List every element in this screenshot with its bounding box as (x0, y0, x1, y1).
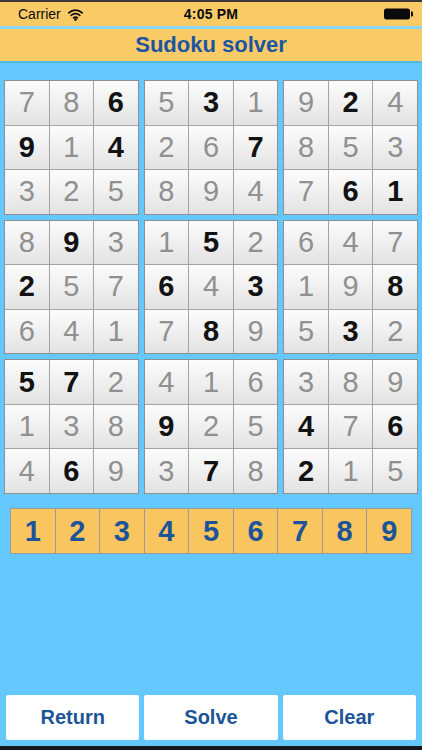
sudoku-cell-r3c2[interactable]: 2 (50, 170, 94, 214)
sudoku-cell-r8c4[interactable]: 9 (145, 405, 189, 449)
digit-button-9[interactable]: 9 (367, 509, 411, 553)
sudoku-cell-r2c7[interactable]: 8 (284, 126, 328, 170)
sudoku-box-1: 786914325 (4, 80, 139, 215)
return-button[interactable]: Return (6, 695, 139, 740)
sudoku-cell-r1c9[interactable]: 4 (373, 81, 417, 125)
sudoku-cell-r9c9[interactable]: 5 (373, 449, 417, 493)
sudoku-cell-r7c8[interactable]: 8 (329, 360, 373, 404)
sudoku-cell-r4c7[interactable]: 6 (284, 221, 328, 265)
sudoku-box-6: 647198532 (283, 220, 418, 355)
sudoku-cell-r7c6[interactable]: 6 (234, 360, 278, 404)
sudoku-cell-r5c3[interactable]: 7 (94, 265, 138, 309)
sudoku-cell-r9c1[interactable]: 4 (5, 449, 49, 493)
sudoku-cell-r6c7[interactable]: 5 (284, 310, 328, 354)
sudoku-cell-r3c5[interactable]: 9 (189, 170, 233, 214)
digit-button-1[interactable]: 1 (11, 509, 55, 553)
digit-button-8[interactable]: 8 (323, 509, 367, 553)
sudoku-cell-r6c8[interactable]: 3 (329, 310, 373, 354)
solve-button[interactable]: Solve (144, 695, 277, 740)
app-screen: Carrier 4:05 PM Sudoku solver 7869143255… (0, 0, 422, 750)
sudoku-cell-r4c2[interactable]: 9 (50, 221, 94, 265)
sudoku-cell-r9c6[interactable]: 8 (234, 449, 278, 493)
sudoku-box-4: 893257641 (4, 220, 139, 355)
digit-button-5[interactable]: 5 (189, 509, 233, 553)
sudoku-box-7: 572138469 (4, 359, 139, 494)
sudoku-cell-r2c4[interactable]: 2 (145, 126, 189, 170)
sudoku-cell-r6c9[interactable]: 2 (373, 310, 417, 354)
sudoku-cell-r9c5[interactable]: 7 (189, 449, 233, 493)
sudoku-cell-r4c8[interactable]: 4 (329, 221, 373, 265)
sudoku-cell-r4c1[interactable]: 8 (5, 221, 49, 265)
sudoku-cell-r1c1[interactable]: 7 (5, 81, 49, 125)
sudoku-cell-r1c5[interactable]: 3 (189, 81, 233, 125)
sudoku-cell-r5c8[interactable]: 9 (329, 265, 373, 309)
sudoku-box-3: 924853761 (283, 80, 418, 215)
sudoku-cell-r6c6[interactable]: 9 (234, 310, 278, 354)
sudoku-cell-r4c5[interactable]: 5 (189, 221, 233, 265)
sudoku-cell-r4c6[interactable]: 2 (234, 221, 278, 265)
sudoku-cell-r3c7[interactable]: 7 (284, 170, 328, 214)
sudoku-cell-r5c7[interactable]: 1 (284, 265, 328, 309)
sudoku-cell-r9c4[interactable]: 3 (145, 449, 189, 493)
sudoku-board: 7869143255312678949248537618932576411526… (4, 80, 418, 494)
sudoku-cell-r5c4[interactable]: 6 (145, 265, 189, 309)
sudoku-cell-r8c1[interactable]: 1 (5, 405, 49, 449)
sudoku-cell-r8c8[interactable]: 7 (329, 405, 373, 449)
sudoku-box-9: 389476215 (283, 359, 418, 494)
sudoku-cell-r8c7[interactable]: 4 (284, 405, 328, 449)
sudoku-cell-r1c6[interactable]: 1 (234, 81, 278, 125)
sudoku-cell-r2c3[interactable]: 4 (94, 126, 138, 170)
sudoku-cell-r7c2[interactable]: 7 (50, 360, 94, 404)
sudoku-cell-r2c2[interactable]: 1 (50, 126, 94, 170)
sudoku-cell-r5c2[interactable]: 5 (50, 265, 94, 309)
sudoku-cell-r1c2[interactable]: 8 (50, 81, 94, 125)
sudoku-cell-r7c1[interactable]: 5 (5, 360, 49, 404)
sudoku-cell-r2c8[interactable]: 5 (329, 126, 373, 170)
sudoku-cell-r4c9[interactable]: 7 (373, 221, 417, 265)
sudoku-cell-r5c6[interactable]: 3 (234, 265, 278, 309)
digit-button-3[interactable]: 3 (100, 509, 144, 553)
sudoku-cell-r5c1[interactable]: 2 (5, 265, 49, 309)
clock-label: 4:05 PM (0, 6, 422, 22)
sudoku-cell-r4c4[interactable]: 1 (145, 221, 189, 265)
bottom-edge-line (0, 746, 422, 750)
sudoku-cell-r9c3[interactable]: 9 (94, 449, 138, 493)
sudoku-cell-r6c5[interactable]: 8 (189, 310, 233, 354)
sudoku-cell-r3c4[interactable]: 8 (145, 170, 189, 214)
sudoku-cell-r8c3[interactable]: 8 (94, 405, 138, 449)
digit-button-6[interactable]: 6 (234, 509, 278, 553)
sudoku-cell-r5c9[interactable]: 8 (373, 265, 417, 309)
sudoku-cell-r2c9[interactable]: 3 (373, 126, 417, 170)
status-bar: Carrier 4:05 PM (0, 2, 422, 26)
sudoku-cell-r1c8[interactable]: 2 (329, 81, 373, 125)
sudoku-cell-r6c1[interactable]: 6 (5, 310, 49, 354)
sudoku-cell-r8c5[interactable]: 2 (189, 405, 233, 449)
sudoku-cell-r2c6[interactable]: 7 (234, 126, 278, 170)
sudoku-box-2: 531267894 (144, 80, 279, 215)
sudoku-cell-r6c2[interactable]: 4 (50, 310, 94, 354)
sudoku-cell-r7c7[interactable]: 3 (284, 360, 328, 404)
sudoku-cell-r3c3[interactable]: 5 (94, 170, 138, 214)
page-title: Sudoku solver (135, 32, 287, 58)
battery-icon (384, 9, 410, 20)
digit-button-4[interactable]: 4 (145, 509, 189, 553)
sudoku-cell-r8c9[interactable]: 6 (373, 405, 417, 449)
sudoku-box-8: 416925378 (144, 359, 279, 494)
digit-button-7[interactable]: 7 (278, 509, 322, 553)
sudoku-cell-r6c3[interactable]: 1 (94, 310, 138, 354)
action-button-row: Return Solve Clear (6, 695, 416, 740)
sudoku-cell-r7c3[interactable]: 2 (94, 360, 138, 404)
sudoku-cell-r8c2[interactable]: 3 (50, 405, 94, 449)
sudoku-cell-r1c7[interactable]: 9 (284, 81, 328, 125)
sudoku-box-5: 152643789 (144, 220, 279, 355)
nav-bar: Sudoku solver (0, 29, 422, 61)
sudoku-cell-r7c4[interactable]: 4 (145, 360, 189, 404)
sudoku-cell-r8c6[interactable]: 5 (234, 405, 278, 449)
sudoku-cell-r9c7[interactable]: 2 (284, 449, 328, 493)
nav-bar-divider (0, 61, 422, 63)
sudoku-cell-r4c3[interactable]: 3 (94, 221, 138, 265)
digit-button-2[interactable]: 2 (56, 509, 100, 553)
sudoku-cell-r9c8[interactable]: 1 (329, 449, 373, 493)
sudoku-cell-r3c6[interactable]: 4 (234, 170, 278, 214)
sudoku-cell-r3c8[interactable]: 6 (329, 170, 373, 214)
digit-picker: 123456789 (10, 508, 412, 554)
sudoku-cell-r2c5[interactable]: 6 (189, 126, 233, 170)
sudoku-cell-r5c5[interactable]: 4 (189, 265, 233, 309)
sudoku-cell-r6c4[interactable]: 7 (145, 310, 189, 354)
sudoku-cell-r7c5[interactable]: 1 (189, 360, 233, 404)
sudoku-cell-r3c9[interactable]: 1 (373, 170, 417, 214)
clear-button[interactable]: Clear (283, 695, 416, 740)
sudoku-cell-r2c1[interactable]: 9 (5, 126, 49, 170)
sudoku-cell-r3c1[interactable]: 3 (5, 170, 49, 214)
sudoku-cell-r7c9[interactable]: 9 (373, 360, 417, 404)
sudoku-cell-r9c2[interactable]: 6 (50, 449, 94, 493)
sudoku-cell-r1c4[interactable]: 5 (145, 81, 189, 125)
sudoku-cell-r1c3[interactable]: 6 (94, 81, 138, 125)
